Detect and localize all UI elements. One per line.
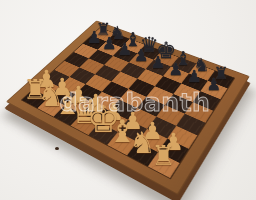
box-clasp xyxy=(55,147,59,150)
chess-set-photo: ♜♞♝♛♚♝♞♜♟♟♟♟♟♟♟♟♟♟♟♟♟♟♟♟♜♞♝♛♚♝♞♜ daraban… xyxy=(0,0,256,200)
watermark: darabanth xyxy=(40,88,230,117)
